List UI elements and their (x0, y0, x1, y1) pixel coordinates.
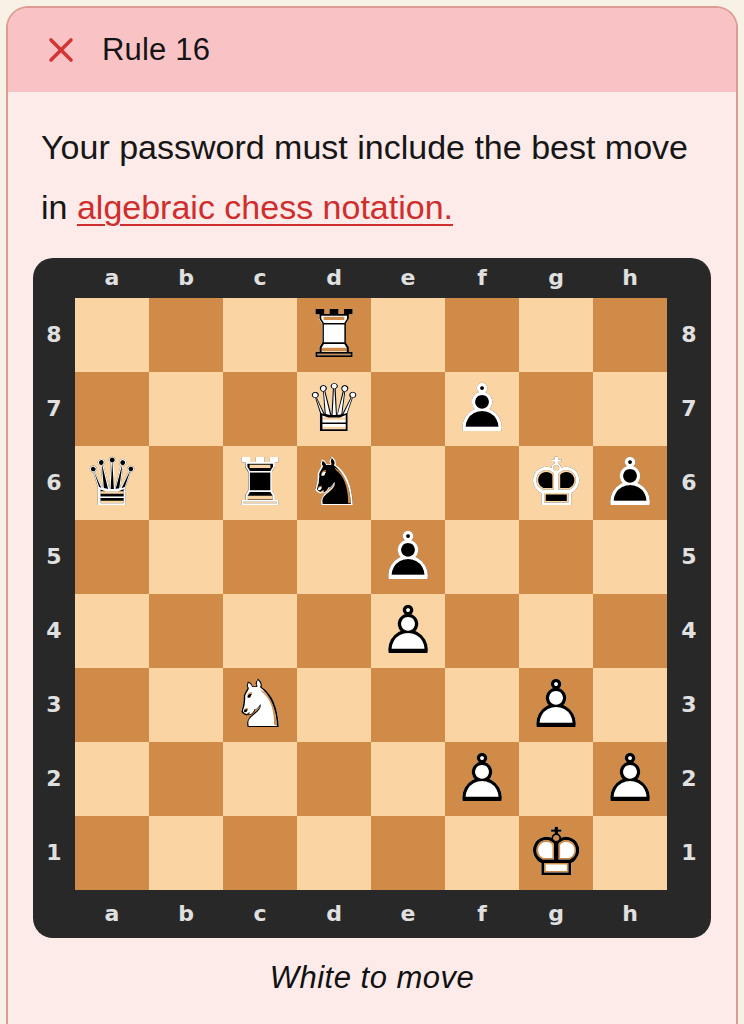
file-label-f-top: f (445, 258, 519, 298)
file-label-f-bottom: f (445, 890, 519, 938)
square-d6: ♞♘ (297, 446, 371, 520)
piece-outline: ♙ (445, 742, 519, 816)
square-d5 (297, 520, 371, 594)
white-pawn-h2: ♟♙ (593, 742, 667, 816)
square-e1 (371, 816, 445, 890)
file-label-e-top: e (371, 258, 445, 298)
rank-label-8-left: 8 (33, 298, 75, 372)
file-label-d-top: d (297, 258, 371, 298)
piece-fill: ♛ (297, 372, 371, 446)
file-label-h-top: h (593, 258, 667, 298)
square-h3 (593, 668, 667, 742)
rule-card: Rule 16 Your password must include the b… (6, 6, 738, 1024)
piece-fill: ♟ (371, 520, 445, 594)
square-e6 (371, 446, 445, 520)
piece-fill: ♚ (519, 446, 593, 520)
file-label-h-bottom: h (593, 890, 667, 938)
rank-label-2-left: 2 (33, 742, 75, 816)
square-c3: ♞♘ (223, 668, 297, 742)
square-d8: ♜♖ (297, 298, 371, 372)
square-e3 (371, 668, 445, 742)
square-h7 (593, 372, 667, 446)
square-h8 (593, 298, 667, 372)
algebraic-notation-link[interactable]: algebraic chess notation. (77, 188, 453, 226)
square-e8 (371, 298, 445, 372)
square-g3: ♟♙ (519, 668, 593, 742)
board-frame-corner (667, 890, 711, 938)
square-c8 (223, 298, 297, 372)
white-rook-d8: ♜♖ (297, 298, 371, 372)
square-g6: ♚♔ (519, 446, 593, 520)
piece-fill: ♞ (297, 446, 371, 520)
file-label-c-bottom: c (223, 890, 297, 938)
file-label-c-top: c (223, 258, 297, 298)
white-pawn-e4: ♟♙ (371, 594, 445, 668)
square-g1: ♚♔ (519, 816, 593, 890)
square-e7 (371, 372, 445, 446)
square-h5 (593, 520, 667, 594)
square-h1 (593, 816, 667, 890)
square-c1 (223, 816, 297, 890)
square-f1 (445, 816, 519, 890)
piece-fill: ♟ (519, 668, 593, 742)
rank-label-7-right: 7 (667, 372, 711, 446)
square-g5 (519, 520, 593, 594)
piece-fill: ♟ (593, 742, 667, 816)
piece-fill: ♟ (445, 742, 519, 816)
piece-fill: ♟ (593, 446, 667, 520)
square-a3 (75, 668, 149, 742)
rank-label-1-left: 1 (33, 816, 75, 890)
black-rook-c6: ♜♖ (223, 446, 297, 520)
black-pawn-e5: ♟♙ (371, 520, 445, 594)
square-d7: ♛♕ (297, 372, 371, 446)
rule-title: Rule 16 (102, 32, 210, 68)
square-d3 (297, 668, 371, 742)
white-queen-d7: ♛♕ (297, 372, 371, 446)
square-h4 (593, 594, 667, 668)
x-icon (44, 33, 78, 67)
square-b2 (149, 742, 223, 816)
board-frame-corner (667, 258, 711, 298)
file-label-g-top: g (519, 258, 593, 298)
file-label-g-bottom: g (519, 890, 593, 938)
piece-outline: ♖ (223, 446, 297, 520)
rank-label-4-right: 4 (667, 594, 711, 668)
file-label-b-bottom: b (149, 890, 223, 938)
square-f5 (445, 520, 519, 594)
piece-outline: ♕ (75, 446, 149, 520)
square-a4 (75, 594, 149, 668)
piece-fill: ♟ (445, 372, 519, 446)
piece-outline: ♙ (371, 520, 445, 594)
rank-label-3-left: 3 (33, 668, 75, 742)
chess-board: abcdefgh8♜♖87♛♕♟♙76♛♕♜♖♞♘♚♔♟♙65♟♙54♟♙43♞… (33, 258, 711, 938)
square-g2 (519, 742, 593, 816)
rank-label-7-left: 7 (33, 372, 75, 446)
file-label-e-bottom: e (371, 890, 445, 938)
rank-label-1-right: 1 (667, 816, 711, 890)
rule-header: Rule 16 (8, 8, 736, 92)
square-g8 (519, 298, 593, 372)
black-pawn-f7: ♟♙ (445, 372, 519, 446)
black-king-g6: ♚♔ (519, 446, 593, 520)
square-a6: ♛♕ (75, 446, 149, 520)
piece-fill: ♜ (223, 446, 297, 520)
file-label-a-bottom: a (75, 890, 149, 938)
piece-fill: ♚ (519, 816, 593, 890)
rank-label-3-right: 3 (667, 668, 711, 742)
square-d1 (297, 816, 371, 890)
square-b1 (149, 816, 223, 890)
square-a8 (75, 298, 149, 372)
square-e2 (371, 742, 445, 816)
square-f7: ♟♙ (445, 372, 519, 446)
square-c4 (223, 594, 297, 668)
square-c2 (223, 742, 297, 816)
square-e5: ♟♙ (371, 520, 445, 594)
rank-label-8-right: 8 (667, 298, 711, 372)
black-queen-a6: ♛♕ (75, 446, 149, 520)
square-a7 (75, 372, 149, 446)
black-pawn-h6: ♟♙ (593, 446, 667, 520)
board-frame-corner (33, 890, 75, 938)
file-label-a-top: a (75, 258, 149, 298)
square-f6 (445, 446, 519, 520)
board-frame-corner (33, 258, 75, 298)
rank-label-4-left: 4 (33, 594, 75, 668)
piece-fill: ♛ (75, 446, 149, 520)
square-b3 (149, 668, 223, 742)
rank-label-2-right: 2 (667, 742, 711, 816)
rank-label-6-right: 6 (667, 446, 711, 520)
square-g7 (519, 372, 593, 446)
piece-fill: ♜ (297, 298, 371, 372)
square-b7 (149, 372, 223, 446)
square-f2: ♟♙ (445, 742, 519, 816)
square-f3 (445, 668, 519, 742)
piece-fill: ♞ (223, 668, 297, 742)
square-c5 (223, 520, 297, 594)
square-a5 (75, 520, 149, 594)
white-pawn-f2: ♟♙ (445, 742, 519, 816)
square-b8 (149, 298, 223, 372)
square-d2 (297, 742, 371, 816)
piece-outline: ♙ (519, 668, 593, 742)
square-a1 (75, 816, 149, 890)
square-g4 (519, 594, 593, 668)
piece-outline: ♕ (297, 372, 371, 446)
piece-outline: ♔ (519, 446, 593, 520)
piece-outline: ♙ (445, 372, 519, 446)
square-f4 (445, 594, 519, 668)
square-c6: ♜♖ (223, 446, 297, 520)
piece-outline: ♔ (519, 816, 593, 890)
piece-outline: ♘ (223, 668, 297, 742)
square-b6 (149, 446, 223, 520)
rank-label-5-left: 5 (33, 520, 75, 594)
piece-outline: ♘ (297, 446, 371, 520)
square-e4: ♟♙ (371, 594, 445, 668)
rule-body: Your password must include the best move… (8, 92, 736, 996)
rank-label-5-right: 5 (667, 520, 711, 594)
piece-outline: ♖ (297, 298, 371, 372)
white-knight-c3: ♞♘ (223, 668, 297, 742)
to-move-caption: White to move (33, 960, 711, 996)
piece-outline: ♙ (593, 446, 667, 520)
piece-fill: ♟ (371, 594, 445, 668)
square-c7 (223, 372, 297, 446)
square-h6: ♟♙ (593, 446, 667, 520)
white-pawn-g3: ♟♙ (519, 668, 593, 742)
square-h2: ♟♙ (593, 742, 667, 816)
square-d4 (297, 594, 371, 668)
file-label-d-bottom: d (297, 890, 371, 938)
rank-label-6-left: 6 (33, 446, 75, 520)
black-knight-d6: ♞♘ (297, 446, 371, 520)
piece-outline: ♙ (371, 594, 445, 668)
piece-outline: ♙ (593, 742, 667, 816)
square-a2 (75, 742, 149, 816)
file-label-b-top: b (149, 258, 223, 298)
white-king-g1: ♚♔ (519, 816, 593, 890)
rule-text: Your password must include the best move… (33, 118, 711, 238)
square-b4 (149, 594, 223, 668)
square-f8 (445, 298, 519, 372)
square-b5 (149, 520, 223, 594)
